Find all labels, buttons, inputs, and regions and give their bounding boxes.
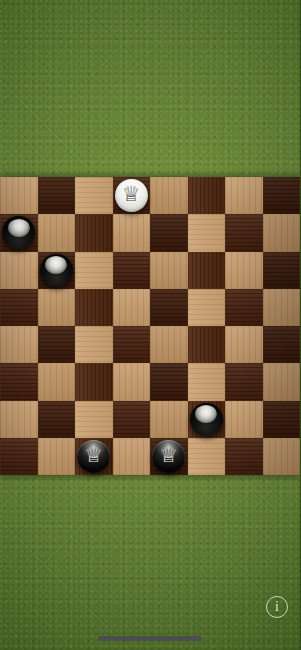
board-square[interactable] — [225, 438, 263, 475]
board-square[interactable] — [113, 438, 151, 475]
board-square[interactable] — [75, 401, 113, 438]
black-man[interactable] — [190, 403, 223, 436]
board-square[interactable] — [113, 401, 151, 438]
board-square[interactable] — [75, 252, 113, 289]
black-man[interactable] — [2, 216, 35, 249]
board-square[interactable] — [225, 252, 263, 289]
board-square[interactable] — [38, 252, 76, 289]
board-square[interactable] — [150, 326, 188, 363]
board-square[interactable] — [188, 363, 226, 400]
board-square[interactable] — [263, 252, 301, 289]
board-square[interactable] — [188, 289, 226, 326]
board-square[interactable] — [225, 326, 263, 363]
board-square[interactable] — [113, 363, 151, 400]
board-square[interactable] — [188, 438, 226, 475]
black-king[interactable]: ♕ — [77, 440, 110, 473]
board-square[interactable] — [75, 363, 113, 400]
board-square[interactable] — [150, 252, 188, 289]
board-square[interactable] — [263, 326, 301, 363]
board-square[interactable] — [263, 438, 301, 475]
board-square[interactable] — [263, 289, 301, 326]
board-square[interactable] — [0, 438, 38, 475]
board-square[interactable] — [0, 289, 38, 326]
board-square[interactable] — [0, 401, 38, 438]
board-square[interactable] — [150, 289, 188, 326]
board-square[interactable] — [188, 214, 226, 251]
board-square[interactable] — [150, 214, 188, 251]
board-square[interactable] — [38, 401, 76, 438]
board-square[interactable] — [38, 438, 76, 475]
info-icon: i — [275, 599, 279, 615]
checkers-board: ♕♕♕ — [0, 177, 300, 475]
board-square[interactable] — [263, 401, 301, 438]
board-square[interactable]: ♕ — [75, 438, 113, 475]
board-square[interactable] — [38, 326, 76, 363]
board-square[interactable] — [113, 252, 151, 289]
board-square[interactable] — [188, 252, 226, 289]
board-square[interactable] — [263, 214, 301, 251]
board-square[interactable] — [38, 177, 76, 214]
board-square[interactable] — [263, 363, 301, 400]
board-square[interactable] — [225, 289, 263, 326]
board-square[interactable] — [75, 289, 113, 326]
board-square[interactable] — [0, 363, 38, 400]
board-square[interactable] — [113, 326, 151, 363]
board-square[interactable] — [0, 214, 38, 251]
board-square[interactable]: ♕ — [150, 438, 188, 475]
board-square[interactable] — [75, 214, 113, 251]
board-square[interactable] — [188, 177, 226, 214]
crown-icon: ♕ — [122, 184, 141, 205]
crown-icon: ♕ — [159, 445, 178, 466]
board-square[interactable] — [0, 252, 38, 289]
board-square[interactable] — [113, 289, 151, 326]
board-square[interactable] — [225, 214, 263, 251]
home-indicator[interactable] — [98, 636, 202, 641]
board-square[interactable] — [150, 177, 188, 214]
white-king[interactable]: ♕ — [115, 179, 148, 212]
board-square[interactable]: ♕ — [113, 177, 151, 214]
board-square[interactable] — [38, 214, 76, 251]
board-square[interactable] — [150, 363, 188, 400]
board-square[interactable] — [150, 401, 188, 438]
board-square[interactable] — [0, 326, 38, 363]
board-square[interactable] — [263, 177, 301, 214]
board-square[interactable] — [75, 326, 113, 363]
info-button[interactable]: i — [266, 596, 288, 618]
board-square[interactable] — [75, 177, 113, 214]
board-square[interactable] — [225, 363, 263, 400]
black-king[interactable]: ♕ — [152, 440, 185, 473]
board-square[interactable] — [38, 363, 76, 400]
board-square[interactable] — [38, 289, 76, 326]
board-square[interactable] — [225, 401, 263, 438]
board-square[interactable] — [0, 177, 38, 214]
board-square[interactable] — [225, 177, 263, 214]
crown-icon: ♕ — [84, 445, 103, 466]
board-square[interactable] — [188, 401, 226, 438]
black-man[interactable] — [40, 254, 73, 287]
board-square[interactable] — [113, 214, 151, 251]
board-square[interactable] — [188, 326, 226, 363]
